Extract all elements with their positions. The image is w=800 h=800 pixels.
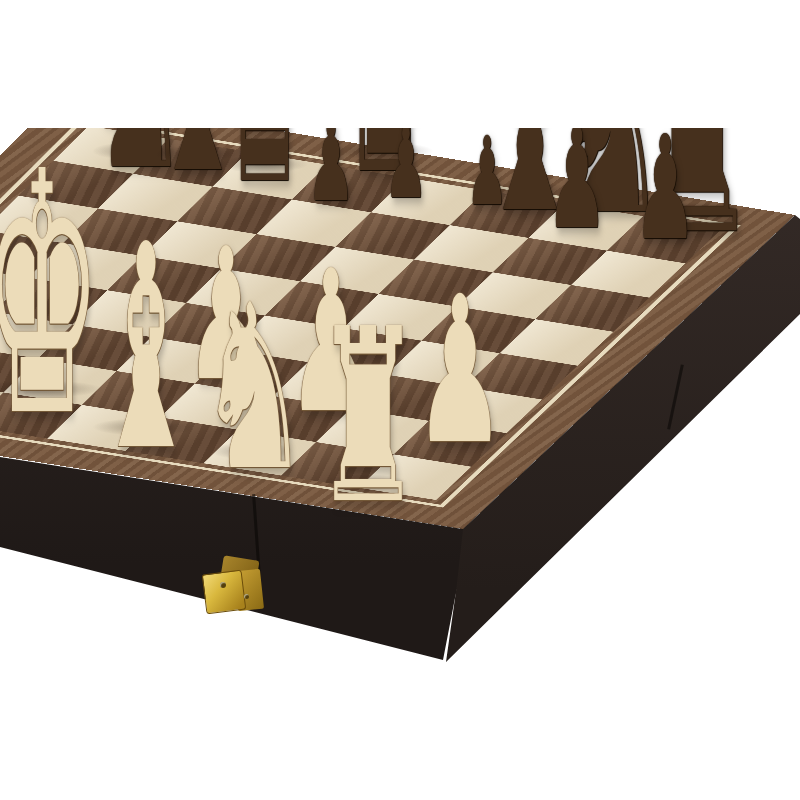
black-pawn-glyph: ♟ xyxy=(466,128,509,219)
latch-front-plate xyxy=(202,570,247,615)
white-rook[interactable]: ♜ xyxy=(298,329,438,484)
black-pawn[interactable]: ♟ xyxy=(595,146,735,228)
product-photo: ♚♝♟♞♟♜♟♞♝♛♚♝♞♜♟♟♟♟♟ xyxy=(0,0,800,800)
white-rook-glyph: ♜ xyxy=(314,297,422,537)
black-pawn-glyph: ♟ xyxy=(633,128,698,260)
pieces-layer: ♚♝♟♞♟♜♟♞♝♛♚♝♞♜♟♟♟♟♟ xyxy=(0,128,800,672)
white-knight-glyph: ♞ xyxy=(198,274,310,502)
latch-screw xyxy=(244,594,249,599)
latch-screw xyxy=(220,582,226,588)
black-pawn[interactable]: ♟ xyxy=(261,131,401,193)
brass-latch[interactable] xyxy=(196,556,274,622)
black-pawn-glyph: ♟ xyxy=(307,128,356,217)
photo-area: ♚♝♟♞♟♜♟♞♝♛♚♝♞♜♟♟♟♟♟ xyxy=(0,128,800,672)
